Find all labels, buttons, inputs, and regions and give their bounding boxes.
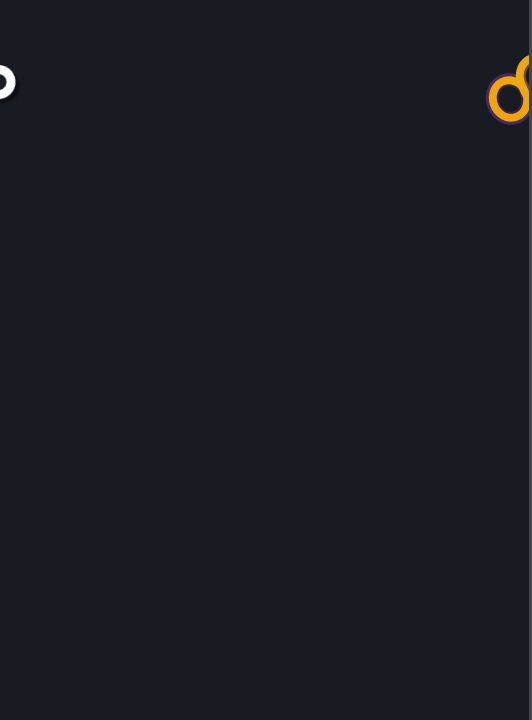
settings-gear-icon[interactable] bbox=[0, 43, 38, 125]
game-board bbox=[0, 0, 532, 720]
gear-icon-svg bbox=[0, 43, 38, 121]
